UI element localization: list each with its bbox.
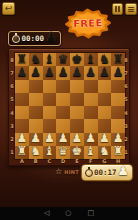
rank-label: 6 xyxy=(9,80,15,93)
white-king: ♚ xyxy=(71,145,82,157)
free-badge-label: FREE xyxy=(73,17,103,29)
black-knight: ♞ xyxy=(99,53,110,65)
square-a4[interactable] xyxy=(15,106,29,119)
free-badge: FREE xyxy=(63,7,112,40)
android-recents-icon[interactable]: □ xyxy=(87,207,94,220)
square-c6[interactable] xyxy=(43,80,57,93)
stopwatch-icon xyxy=(85,169,93,177)
rank-label: 3 xyxy=(9,119,15,132)
back-button[interactable]: ↩ xyxy=(2,2,15,15)
square-g6[interactable] xyxy=(98,80,112,93)
rank-labels-left: 87654321 xyxy=(9,53,15,159)
square-a7[interactable]: ♟ xyxy=(15,66,29,79)
black-bishop: ♝ xyxy=(44,53,55,65)
rank-label: 2 xyxy=(9,133,15,146)
square-g7[interactable]: ♟ xyxy=(98,66,112,79)
rank-labels-right: 87654321 xyxy=(123,53,129,159)
black-bishop: ♝ xyxy=(85,53,96,65)
black-rook: ♜ xyxy=(16,53,27,65)
square-a6[interactable] xyxy=(15,80,29,93)
white-pawn: ♟ xyxy=(30,132,41,144)
square-f4[interactable] xyxy=(84,106,98,119)
square-c4[interactable] xyxy=(43,106,57,119)
white-bishop: ♝ xyxy=(85,145,96,157)
square-b5[interactable] xyxy=(29,93,43,106)
white-rook: ♜ xyxy=(16,145,27,157)
hint-label: HINT xyxy=(64,169,79,175)
star-icon: ☆ xyxy=(55,167,62,177)
android-nav-bar: ◁ ○ □ xyxy=(0,207,138,220)
pause-icon xyxy=(115,6,117,12)
android-back-icon[interactable]: ◁ xyxy=(44,207,49,220)
black-pawn: ♟ xyxy=(113,66,124,78)
white-queen: ♛ xyxy=(58,145,69,157)
black-pawn: ♟ xyxy=(71,66,82,78)
square-f6[interactable] xyxy=(84,80,98,93)
black-pawn: ♟ xyxy=(99,66,110,78)
square-d6[interactable] xyxy=(56,80,70,93)
rank-label: 7 xyxy=(9,66,15,79)
rank-label: 6 xyxy=(123,80,129,93)
rank-label: 5 xyxy=(123,93,129,106)
rank-label: 3 xyxy=(123,119,129,132)
rank-label: 8 xyxy=(9,53,15,66)
square-e5[interactable] xyxy=(70,93,84,106)
square-g5[interactable] xyxy=(98,93,112,106)
pause-icon xyxy=(118,6,120,12)
square-e6[interactable] xyxy=(70,80,84,93)
white-knight: ♞ xyxy=(99,145,110,157)
android-home-icon[interactable]: ○ xyxy=(65,207,71,220)
square-a5[interactable] xyxy=(15,93,29,106)
white-pawn: ♟ xyxy=(44,132,55,144)
black-pawn: ♟ xyxy=(85,66,96,78)
white-timer: 00:17 ♟ xyxy=(81,164,133,181)
file-label: D xyxy=(56,157,70,165)
white-bishop: ♝ xyxy=(44,145,55,157)
black-pawn: ♟ xyxy=(58,66,69,78)
file-label: A xyxy=(15,157,29,165)
stopwatch-icon xyxy=(12,35,20,43)
white-pawn: ♟ xyxy=(16,132,27,144)
square-e7[interactable]: ♟ xyxy=(70,66,84,79)
hint-button[interactable]: ☆ HINT xyxy=(55,167,79,177)
square-g4[interactable] xyxy=(98,106,112,119)
square-f5[interactable] xyxy=(84,93,98,106)
black-time-value: 00:00 xyxy=(20,34,45,43)
rank-label: 2 xyxy=(123,133,129,146)
white-rook: ♜ xyxy=(113,145,124,157)
square-b7[interactable]: ♟ xyxy=(29,66,43,79)
black-knight: ♞ xyxy=(30,53,41,65)
white-pawn: ♟ xyxy=(113,132,124,144)
back-icon: ↩ xyxy=(5,2,13,15)
black-rook: ♜ xyxy=(113,53,124,65)
square-c7[interactable]: ♟ xyxy=(43,66,57,79)
rank-label: 5 xyxy=(9,93,15,106)
rank-label: 4 xyxy=(123,106,129,119)
square-e4[interactable] xyxy=(70,106,84,119)
rank-label: 8 xyxy=(123,53,129,66)
white-pawn: ♟ xyxy=(58,132,69,144)
white-knight: ♞ xyxy=(30,145,41,157)
white-pawn-icon: ♟ xyxy=(117,167,129,175)
white-pawn: ♟ xyxy=(85,132,96,144)
rank-label: 4 xyxy=(9,106,15,119)
square-b6[interactable] xyxy=(29,80,43,93)
black-timer: 00:00 ♟ xyxy=(8,31,61,46)
black-pawn: ♟ xyxy=(44,66,55,78)
square-d4[interactable] xyxy=(56,106,70,119)
menu-icon: ≡ xyxy=(127,3,135,15)
file-label: B xyxy=(29,157,43,165)
white-pawn: ♟ xyxy=(71,132,82,144)
white-time-value: 00:17 xyxy=(93,168,117,177)
black-queen: ♛ xyxy=(58,53,69,65)
square-d5[interactable] xyxy=(56,93,70,106)
square-d7[interactable]: ♟ xyxy=(56,66,70,79)
black-pawn: ♟ xyxy=(30,66,41,78)
black-pawn: ♟ xyxy=(16,66,27,78)
rank-label: 7 xyxy=(123,66,129,79)
square-b4[interactable] xyxy=(29,106,43,119)
square-c5[interactable] xyxy=(43,93,57,106)
black-pawn-icon: ♟ xyxy=(45,33,57,41)
menu-button[interactable]: ≡ xyxy=(125,3,137,15)
white-pawn: ♟ xyxy=(99,132,110,144)
chess-app-screen: ↩ ≡ FREE 00:00 ♟ ♜♞♝♛♚♝♞♜♟♟♟♟♟♟♟♟♟♟♟♟♟♟♟… xyxy=(0,0,138,220)
board-grid: ♜♞♝♛♚♝♞♜♟♟♟♟♟♟♟♟♟♟♟♟♟♟♟♟♜♞♝♛♚♝♞♜ xyxy=(15,53,125,159)
chess-board: ♜♞♝♛♚♝♞♜♟♟♟♟♟♟♟♟♟♟♟♟♟♟♟♟♜♞♝♛♚♝♞♜ 8765432… xyxy=(8,48,130,166)
square-f7[interactable]: ♟ xyxy=(84,66,98,79)
pause-button[interactable] xyxy=(112,3,123,15)
black-king: ♚ xyxy=(71,53,82,65)
file-label: C xyxy=(43,157,57,165)
